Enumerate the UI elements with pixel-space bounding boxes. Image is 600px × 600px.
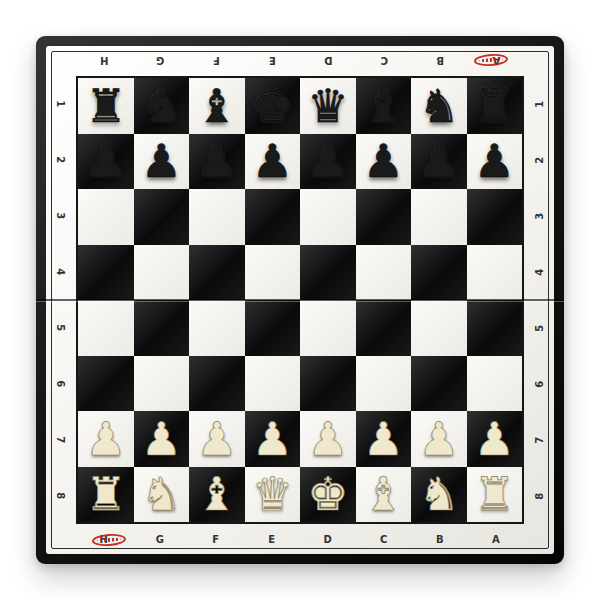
square-a5 [78, 245, 134, 301]
square-e5 [300, 245, 356, 301]
square-g1: ♞ [411, 467, 467, 523]
white-rook: ♜ [85, 471, 126, 517]
file-label: G [132, 524, 188, 554]
square-b7: ♟ [134, 134, 190, 190]
square-g3 [411, 356, 467, 412]
square-e6 [300, 189, 356, 245]
square-c4 [189, 300, 245, 356]
square-g5 [411, 245, 467, 301]
square-e3 [300, 356, 356, 412]
black-pawn: ♟ [141, 138, 182, 184]
white-pawn: ♟ [141, 416, 182, 462]
black-bishop: ♝ [363, 83, 404, 129]
square-g2: ♟ [411, 411, 467, 467]
file-label: E [244, 46, 300, 76]
rank-label: 6 [511, 369, 567, 399]
square-d8: ♚ [245, 78, 301, 134]
file-label: F [188, 524, 244, 554]
square-d2: ♟ [245, 411, 301, 467]
square-a4 [78, 300, 134, 356]
square-f5 [356, 245, 412, 301]
rank-label: 1 [511, 89, 567, 119]
hinge-seam [36, 299, 564, 302]
square-f8: ♝ [356, 78, 412, 134]
black-pawn: ♟ [474, 138, 515, 184]
square-d4 [245, 300, 301, 356]
square-a6 [78, 189, 134, 245]
rank-label: 4 [511, 257, 567, 287]
black-rook: ♜ [474, 83, 515, 129]
square-b6 [134, 189, 190, 245]
square-e7: ♟ [300, 134, 356, 190]
square-a7: ♟ [78, 134, 134, 190]
rank-label: 5 [511, 313, 567, 343]
file-label: D [300, 524, 356, 554]
black-pawn: ♟ [307, 138, 348, 184]
rank-label: 2 [511, 145, 567, 175]
square-c2: ♟ [189, 411, 245, 467]
file-label: D [300, 46, 356, 76]
square-f2: ♟ [356, 411, 412, 467]
file-label: A [468, 524, 524, 554]
square-d5 [245, 245, 301, 301]
square-f3 [356, 356, 412, 412]
rank-label: 3 [511, 201, 567, 231]
file-label: C [356, 46, 412, 76]
square-b5 [134, 245, 190, 301]
file-label: B [412, 524, 468, 554]
white-knight: ♞ [418, 471, 459, 517]
white-pawn: ♟ [252, 416, 293, 462]
file-label: C [356, 524, 412, 554]
square-e1: ♚ [300, 467, 356, 523]
square-c5 [189, 245, 245, 301]
file-label: H [76, 46, 132, 76]
white-bishop: ♝ [363, 471, 404, 517]
square-b3 [134, 356, 190, 412]
black-pawn: ♟ [418, 138, 459, 184]
white-queen: ♛ [252, 471, 293, 517]
file-labels-bottom: HGFEDCBA [76, 524, 524, 554]
black-pawn: ♟ [196, 138, 237, 184]
square-g6 [411, 189, 467, 245]
file-label: G [132, 46, 188, 76]
white-knight: ♞ [141, 471, 182, 517]
file-labels-top: HGFEDCBA [76, 46, 524, 76]
rank-label: 8 [511, 481, 567, 511]
black-king: ♚ [252, 83, 293, 129]
black-pawn: ♟ [363, 138, 404, 184]
photo-background: HGFEDCBA 12345678 ♜♞♝♚♛♝♞♜♟♟♟♟♟♟♟♟♟♟♟♟♟♟… [0, 0, 600, 600]
file-label: E [244, 524, 300, 554]
square-a8: ♜ [78, 78, 134, 134]
square-a3 [78, 356, 134, 412]
rank-label: 7 [511, 425, 567, 455]
white-pawn: ♟ [196, 416, 237, 462]
white-pawn: ♟ [363, 416, 404, 462]
square-d1: ♛ [245, 467, 301, 523]
black-bishop: ♝ [196, 83, 237, 129]
chess-board-frame: HGFEDCBA 12345678 ♜♞♝♚♛♝♞♜♟♟♟♟♟♟♟♟♟♟♟♟♟♟… [36, 36, 564, 564]
square-c3 [189, 356, 245, 412]
white-bishop: ♝ [196, 471, 237, 517]
black-pawn: ♟ [252, 138, 293, 184]
square-f4 [356, 300, 412, 356]
square-e4 [300, 300, 356, 356]
black-knight: ♞ [141, 83, 182, 129]
square-a2: ♟ [78, 411, 134, 467]
white-pawn: ♟ [418, 416, 459, 462]
file-label: B [412, 46, 468, 76]
white-rook: ♜ [474, 471, 515, 517]
black-rook: ♜ [85, 83, 126, 129]
file-label: F [188, 46, 244, 76]
square-b8: ♞ [134, 78, 190, 134]
square-b2: ♟ [134, 411, 190, 467]
square-c8: ♝ [189, 78, 245, 134]
black-pawn: ♟ [85, 138, 126, 184]
square-c1: ♝ [189, 467, 245, 523]
square-b1: ♞ [134, 467, 190, 523]
square-g4 [411, 300, 467, 356]
white-king: ♚ [307, 471, 348, 517]
square-d3 [245, 356, 301, 412]
square-d6 [245, 189, 301, 245]
white-pawn: ♟ [474, 416, 515, 462]
white-pawn: ♟ [85, 416, 126, 462]
black-knight: ♞ [418, 83, 459, 129]
square-f1: ♝ [356, 467, 412, 523]
square-e2: ♟ [300, 411, 356, 467]
square-b4 [134, 300, 190, 356]
square-a1: ♜ [78, 467, 134, 523]
square-g7: ♟ [411, 134, 467, 190]
square-d7: ♟ [245, 134, 301, 190]
white-pawn: ♟ [307, 416, 348, 462]
square-f6 [356, 189, 412, 245]
square-c6 [189, 189, 245, 245]
square-g8: ♞ [411, 78, 467, 134]
square-e8: ♛ [300, 78, 356, 134]
square-c7: ♟ [189, 134, 245, 190]
square-f7: ♟ [356, 134, 412, 190]
black-queen: ♛ [307, 83, 348, 129]
